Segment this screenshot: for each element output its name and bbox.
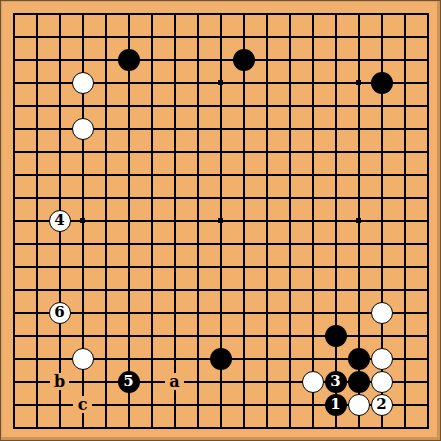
- stone-white-move-4: 4: [49, 210, 71, 232]
- stone-white-move-2: 2: [371, 394, 393, 416]
- stone-black: [210, 348, 232, 370]
- board-label-b: b: [50, 373, 69, 390]
- grid-line: [13, 266, 429, 268]
- stone-black: [371, 72, 393, 94]
- stone-white: [72, 118, 94, 140]
- grid-line: [266, 13, 268, 429]
- star-point: [356, 218, 361, 223]
- stone-white: [302, 371, 324, 393]
- stone-white: [371, 302, 393, 324]
- grid-line: [404, 13, 406, 429]
- stone-white: [371, 371, 393, 393]
- stone-black-move-3: 3: [325, 371, 347, 393]
- stone-black: [118, 49, 140, 71]
- grid-line: [289, 13, 291, 429]
- stone-white: [371, 348, 393, 370]
- board-label-c: c: [73, 396, 92, 413]
- grid-line: [243, 13, 245, 429]
- star-point: [218, 218, 223, 223]
- stone-black: [233, 49, 255, 71]
- stone-white: [348, 394, 370, 416]
- stone-white: [72, 348, 94, 370]
- stone-black-move-5: 5: [118, 371, 140, 393]
- grid-line: [13, 335, 429, 337]
- grid-line: [13, 312, 429, 314]
- grid-line: [13, 427, 429, 429]
- stone-black: [325, 325, 347, 347]
- grid-line: [335, 13, 337, 429]
- stone-black-move-1: 1: [325, 394, 347, 416]
- stone-black: [348, 348, 370, 370]
- star-point: [218, 80, 223, 85]
- board-label-a: a: [165, 373, 184, 390]
- stone-white: [72, 72, 94, 94]
- grid-line: [13, 243, 429, 245]
- go-board: 465312abc: [0, 0, 441, 441]
- grid-line: [312, 13, 314, 429]
- stone-black: [348, 371, 370, 393]
- star-point: [80, 218, 85, 223]
- grid-line: [427, 13, 429, 429]
- stone-white-move-6: 6: [49, 302, 71, 324]
- grid-line: [13, 289, 429, 291]
- star-point: [356, 80, 361, 85]
